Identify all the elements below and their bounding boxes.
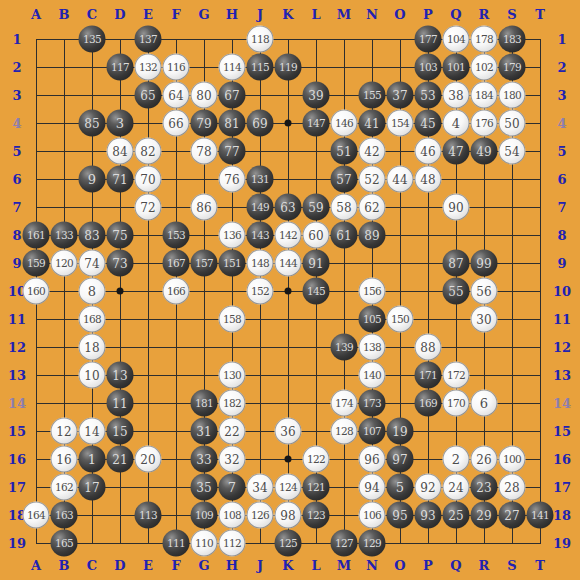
column-label-top-T: T bbox=[535, 7, 545, 22]
stone-white-D5[interactable]: 84 bbox=[107, 138, 134, 165]
move-number: 107 bbox=[363, 426, 381, 437]
column-label-bottom-C: C bbox=[87, 558, 97, 573]
stone-black-G4[interactable]: 79 bbox=[191, 110, 218, 137]
stone-white-Q1[interactable]: 104 bbox=[443, 26, 470, 53]
move-number: 41 bbox=[364, 117, 379, 129]
move-number: 42 bbox=[364, 145, 379, 157]
stone-black-D4[interactable]: 3 bbox=[107, 110, 134, 137]
move-number: 119 bbox=[279, 62, 297, 73]
stone-white-H14[interactable]: 182 bbox=[219, 390, 246, 417]
move-number: 76 bbox=[224, 173, 239, 185]
move-number: 143 bbox=[251, 230, 269, 241]
stone-black-K19[interactable]: 125 bbox=[275, 530, 302, 557]
stone-black-J4[interactable]: 69 bbox=[247, 110, 274, 137]
stone-black-D2[interactable]: 117 bbox=[107, 54, 134, 81]
stone-black-P14[interactable]: 169 bbox=[415, 390, 442, 417]
stone-white-M7[interactable]: 58 bbox=[331, 194, 358, 221]
stone-white-B15[interactable]: 12 bbox=[51, 418, 78, 445]
move-number: 177 bbox=[419, 34, 437, 45]
stone-black-N14[interactable]: 173 bbox=[359, 390, 386, 417]
stone-black-J6[interactable]: 131 bbox=[247, 166, 274, 193]
stone-white-P5[interactable]: 46 bbox=[415, 138, 442, 165]
move-number: 2 bbox=[452, 453, 460, 466]
stone-black-L3[interactable]: 39 bbox=[303, 82, 330, 109]
stone-white-N13[interactable]: 140 bbox=[359, 362, 386, 389]
stone-black-N8[interactable]: 89 bbox=[359, 222, 386, 249]
stone-black-D13[interactable]: 13 bbox=[107, 362, 134, 389]
move-number: 146 bbox=[335, 118, 353, 129]
stone-black-B18[interactable]: 163 bbox=[51, 502, 78, 529]
stone-black-H9[interactable]: 151 bbox=[219, 250, 246, 277]
column-label-bottom-P: P bbox=[423, 558, 433, 573]
stone-black-O17[interactable]: 5 bbox=[387, 474, 414, 501]
stone-black-J7[interactable]: 149 bbox=[247, 194, 274, 221]
move-number: 136 bbox=[223, 230, 241, 241]
stone-black-L18[interactable]: 123 bbox=[303, 502, 330, 529]
move-number: 174 bbox=[335, 398, 353, 409]
move-number: 72 bbox=[140, 201, 155, 213]
column-label-top-O: O bbox=[394, 7, 405, 22]
stone-black-E18[interactable]: 113 bbox=[135, 502, 162, 529]
move-number: 127 bbox=[335, 538, 353, 549]
stone-white-N7[interactable]: 62 bbox=[359, 194, 386, 221]
move-number: 128 bbox=[335, 426, 353, 437]
stone-white-K17[interactable]: 124 bbox=[275, 474, 302, 501]
stone-white-O4[interactable]: 154 bbox=[387, 110, 414, 137]
move-number: 120 bbox=[55, 258, 73, 269]
stone-black-S2[interactable]: 179 bbox=[499, 54, 526, 81]
column-label-bottom-O: O bbox=[394, 558, 405, 573]
move-number: 46 bbox=[420, 145, 435, 157]
stone-black-F19[interactable]: 111 bbox=[163, 530, 190, 557]
row-label-right-5: 5 bbox=[557, 144, 566, 159]
move-number: 98 bbox=[280, 509, 295, 521]
stone-black-P18[interactable]: 93 bbox=[415, 502, 442, 529]
row-label-left-9: 9 bbox=[12, 256, 21, 271]
stone-black-H5[interactable]: 77 bbox=[219, 138, 246, 165]
move-number: 101 bbox=[447, 62, 465, 73]
stone-white-H19[interactable]: 112 bbox=[219, 530, 246, 557]
stone-black-Q18[interactable]: 25 bbox=[443, 502, 470, 529]
move-number: 179 bbox=[503, 62, 521, 73]
row-label-left-6: 6 bbox=[12, 172, 21, 187]
move-number: 103 bbox=[419, 62, 437, 73]
stone-white-J10[interactable]: 152 bbox=[247, 278, 274, 305]
stone-white-S4[interactable]: 50 bbox=[499, 110, 526, 137]
move-number: 115 bbox=[251, 62, 269, 73]
stone-white-O11[interactable]: 150 bbox=[387, 306, 414, 333]
stone-white-J9[interactable]: 148 bbox=[247, 250, 274, 277]
row-label-right-7: 7 bbox=[557, 200, 566, 215]
stone-black-K2[interactable]: 119 bbox=[275, 54, 302, 81]
stone-white-B9[interactable]: 120 bbox=[51, 250, 78, 277]
stone-white-C12[interactable]: 18 bbox=[79, 334, 106, 361]
move-number: 124 bbox=[279, 482, 297, 493]
stone-white-Q7[interactable]: 90 bbox=[443, 194, 470, 221]
stone-black-G15[interactable]: 31 bbox=[191, 418, 218, 445]
stone-black-D8[interactable]: 75 bbox=[107, 222, 134, 249]
column-label-bottom-R: R bbox=[479, 558, 490, 573]
stone-white-L8[interactable]: 60 bbox=[303, 222, 330, 249]
row-label-right-14: 14 bbox=[553, 396, 571, 411]
move-number: 71 bbox=[112, 173, 127, 185]
stone-white-H18[interactable]: 108 bbox=[219, 502, 246, 529]
move-number: 7 bbox=[228, 481, 236, 494]
stone-white-S17[interactable]: 28 bbox=[499, 474, 526, 501]
stone-black-M5[interactable]: 51 bbox=[331, 138, 358, 165]
stone-white-G3[interactable]: 80 bbox=[191, 82, 218, 109]
stone-black-A9[interactable]: 159 bbox=[23, 250, 50, 277]
stone-white-B16[interactable]: 16 bbox=[51, 446, 78, 473]
column-label-bottom-K: K bbox=[282, 558, 293, 573]
stone-white-E2[interactable]: 132 bbox=[135, 54, 162, 81]
stone-black-M6[interactable]: 57 bbox=[331, 166, 358, 193]
stone-white-E16[interactable]: 20 bbox=[135, 446, 162, 473]
stone-white-R16[interactable]: 26 bbox=[471, 446, 498, 473]
stone-white-Q14[interactable]: 170 bbox=[443, 390, 470, 417]
move-number: 16 bbox=[56, 453, 71, 465]
move-number: 95 bbox=[392, 509, 407, 521]
stone-black-L17[interactable]: 121 bbox=[303, 474, 330, 501]
stone-black-M8[interactable]: 61 bbox=[331, 222, 358, 249]
stone-white-E5[interactable]: 82 bbox=[135, 138, 162, 165]
stone-white-P6[interactable]: 48 bbox=[415, 166, 442, 193]
move-number: 59 bbox=[308, 201, 323, 213]
column-label-bottom-B: B bbox=[59, 558, 70, 573]
stone-black-O3[interactable]: 37 bbox=[387, 82, 414, 109]
move-number: 114 bbox=[223, 62, 241, 73]
move-number: 160 bbox=[27, 286, 45, 297]
stone-white-Q13[interactable]: 172 bbox=[443, 362, 470, 389]
stone-black-M19[interactable]: 127 bbox=[331, 530, 358, 557]
stone-black-G18[interactable]: 109 bbox=[191, 502, 218, 529]
move-number: 142 bbox=[279, 230, 297, 241]
stone-white-A18[interactable]: 164 bbox=[23, 502, 50, 529]
stone-white-C13[interactable]: 10 bbox=[79, 362, 106, 389]
move-number: 10 bbox=[84, 369, 99, 381]
stone-white-F3[interactable]: 64 bbox=[163, 82, 190, 109]
stone-black-A8[interactable]: 161 bbox=[23, 222, 50, 249]
column-label-top-Q: Q bbox=[450, 7, 461, 22]
column-label-bottom-G: G bbox=[198, 558, 209, 573]
column-label-bottom-L: L bbox=[311, 558, 320, 573]
stone-white-K15[interactable]: 36 bbox=[275, 418, 302, 445]
stone-white-K9[interactable]: 144 bbox=[275, 250, 302, 277]
stone-white-N5[interactable]: 42 bbox=[359, 138, 386, 165]
row-label-left-5: 5 bbox=[12, 144, 21, 159]
move-number: 52 bbox=[364, 173, 379, 185]
column-label-top-C: C bbox=[87, 7, 97, 22]
stone-black-E1[interactable]: 137 bbox=[135, 26, 162, 53]
stone-black-P2[interactable]: 103 bbox=[415, 54, 442, 81]
column-label-top-K: K bbox=[282, 7, 293, 22]
stone-white-E6[interactable]: 70 bbox=[135, 166, 162, 193]
stone-white-S3[interactable]: 180 bbox=[499, 82, 526, 109]
move-number: 24 bbox=[448, 481, 463, 493]
row-label-left-4: 4 bbox=[12, 116, 21, 131]
stone-white-O6[interactable]: 44 bbox=[387, 166, 414, 193]
stone-white-M15[interactable]: 128 bbox=[331, 418, 358, 445]
move-number: 140 bbox=[363, 370, 381, 381]
move-number: 97 bbox=[392, 453, 407, 465]
move-number: 167 bbox=[167, 258, 185, 269]
stone-black-D6[interactable]: 71 bbox=[107, 166, 134, 193]
move-number: 137 bbox=[139, 34, 157, 45]
stone-black-C17[interactable]: 17 bbox=[79, 474, 106, 501]
stone-black-J2[interactable]: 115 bbox=[247, 54, 274, 81]
stone-white-R3[interactable]: 184 bbox=[471, 82, 498, 109]
stone-black-E3[interactable]: 65 bbox=[135, 82, 162, 109]
stone-white-H13[interactable]: 130 bbox=[219, 362, 246, 389]
move-number: 121 bbox=[307, 482, 325, 493]
stone-black-P3[interactable]: 53 bbox=[415, 82, 442, 109]
stone-white-N6[interactable]: 52 bbox=[359, 166, 386, 193]
star-point bbox=[285, 456, 292, 463]
stone-black-N19[interactable]: 129 bbox=[359, 530, 386, 557]
row-label-left-8: 8 bbox=[12, 228, 21, 243]
stone-black-Q5[interactable]: 47 bbox=[443, 138, 470, 165]
column-label-top-L: L bbox=[311, 7, 320, 22]
stone-white-E7[interactable]: 72 bbox=[135, 194, 162, 221]
stone-black-B19[interactable]: 165 bbox=[51, 530, 78, 557]
stone-white-C9[interactable]: 74 bbox=[79, 250, 106, 277]
column-label-bottom-Q: Q bbox=[450, 558, 461, 573]
stone-black-J8[interactable]: 143 bbox=[247, 222, 274, 249]
move-number: 112 bbox=[223, 538, 241, 549]
stone-white-R10[interactable]: 56 bbox=[471, 278, 498, 305]
stone-black-F8[interactable]: 153 bbox=[163, 222, 190, 249]
stone-black-H4[interactable]: 81 bbox=[219, 110, 246, 137]
move-number: 159 bbox=[27, 258, 45, 269]
stone-black-D9[interactable]: 73 bbox=[107, 250, 134, 277]
stone-white-A10[interactable]: 160 bbox=[23, 278, 50, 305]
stone-white-F2[interactable]: 116 bbox=[163, 54, 190, 81]
row-label-right-4: 4 bbox=[557, 116, 566, 131]
stone-white-Q16[interactable]: 2 bbox=[443, 446, 470, 473]
stone-black-P4[interactable]: 45 bbox=[415, 110, 442, 137]
move-number: 110 bbox=[195, 538, 213, 549]
move-number: 49 bbox=[476, 145, 491, 157]
stone-black-R5[interactable]: 49 bbox=[471, 138, 498, 165]
stone-black-G14[interactable]: 181 bbox=[191, 390, 218, 417]
stone-black-P13[interactable]: 171 bbox=[415, 362, 442, 389]
move-number: 12 bbox=[56, 425, 71, 437]
stone-black-C16[interactable]: 1 bbox=[79, 446, 106, 473]
stone-white-J1[interactable]: 118 bbox=[247, 26, 274, 53]
stone-black-L9[interactable]: 91 bbox=[303, 250, 330, 277]
stone-black-T18[interactable]: 141 bbox=[527, 502, 554, 529]
move-number: 138 bbox=[363, 342, 381, 353]
stone-black-R9[interactable]: 99 bbox=[471, 250, 498, 277]
stone-black-S18[interactable]: 27 bbox=[499, 502, 526, 529]
stone-black-C4[interactable]: 85 bbox=[79, 110, 106, 137]
grid-line-vertical bbox=[540, 39, 541, 544]
move-number: 88 bbox=[420, 341, 435, 353]
row-label-right-17: 17 bbox=[553, 480, 571, 495]
stone-black-G9[interactable]: 157 bbox=[191, 250, 218, 277]
move-number: 99 bbox=[476, 257, 491, 269]
stone-black-Q10[interactable]: 55 bbox=[443, 278, 470, 305]
move-number: 129 bbox=[363, 538, 381, 549]
stone-white-Q17[interactable]: 24 bbox=[443, 474, 470, 501]
move-number: 125 bbox=[279, 538, 297, 549]
stone-white-M4[interactable]: 146 bbox=[331, 110, 358, 137]
move-number: 106 bbox=[363, 510, 381, 521]
stone-black-N15[interactable]: 107 bbox=[359, 418, 386, 445]
move-number: 176 bbox=[475, 118, 493, 129]
stone-white-H2[interactable]: 114 bbox=[219, 54, 246, 81]
stone-black-K7[interactable]: 63 bbox=[275, 194, 302, 221]
row-label-left-16: 16 bbox=[8, 452, 26, 467]
move-number: 117 bbox=[111, 62, 129, 73]
move-number: 44 bbox=[392, 173, 407, 185]
stone-white-R14[interactable]: 6 bbox=[471, 390, 498, 417]
stone-black-S1[interactable]: 183 bbox=[499, 26, 526, 53]
move-number: 118 bbox=[251, 34, 269, 45]
move-number: 60 bbox=[308, 229, 323, 241]
stone-white-K8[interactable]: 142 bbox=[275, 222, 302, 249]
stone-black-L7[interactable]: 59 bbox=[303, 194, 330, 221]
stone-white-B17[interactable]: 162 bbox=[51, 474, 78, 501]
move-number: 31 bbox=[196, 425, 211, 437]
stone-white-C15[interactable]: 14 bbox=[79, 418, 106, 445]
stone-white-P17[interactable]: 92 bbox=[415, 474, 442, 501]
move-number: 66 bbox=[168, 117, 183, 129]
stone-white-H8[interactable]: 136 bbox=[219, 222, 246, 249]
stone-white-R4[interactable]: 176 bbox=[471, 110, 498, 137]
stone-white-K18[interactable]: 98 bbox=[275, 502, 302, 529]
move-number: 152 bbox=[251, 286, 269, 297]
stone-white-N18[interactable]: 106 bbox=[359, 502, 386, 529]
stone-black-N11[interactable]: 105 bbox=[359, 306, 386, 333]
stone-white-S16[interactable]: 100 bbox=[499, 446, 526, 473]
move-number: 181 bbox=[195, 398, 213, 409]
stone-white-Q3[interactable]: 38 bbox=[443, 82, 470, 109]
stone-white-H16[interactable]: 32 bbox=[219, 446, 246, 473]
stone-white-G7[interactable]: 86 bbox=[191, 194, 218, 221]
stone-white-N16[interactable]: 96 bbox=[359, 446, 386, 473]
move-number: 33 bbox=[196, 453, 211, 465]
star-point bbox=[285, 120, 292, 127]
stone-black-R17[interactable]: 23 bbox=[471, 474, 498, 501]
stone-white-J18[interactable]: 126 bbox=[247, 502, 274, 529]
stone-black-H3[interactable]: 67 bbox=[219, 82, 246, 109]
stone-black-G16[interactable]: 33 bbox=[191, 446, 218, 473]
move-number: 62 bbox=[364, 201, 379, 213]
stone-black-D14[interactable]: 11 bbox=[107, 390, 134, 417]
stone-black-L4[interactable]: 147 bbox=[303, 110, 330, 137]
move-number: 11 bbox=[112, 397, 127, 409]
stone-black-D15[interactable]: 15 bbox=[107, 418, 134, 445]
stone-white-N10[interactable]: 156 bbox=[359, 278, 386, 305]
move-number: 37 bbox=[392, 89, 407, 101]
move-number: 35 bbox=[196, 481, 211, 493]
stone-white-Q4[interactable]: 4 bbox=[443, 110, 470, 137]
stone-black-C8[interactable]: 83 bbox=[79, 222, 106, 249]
move-number: 27 bbox=[504, 509, 519, 521]
move-number: 163 bbox=[55, 510, 73, 521]
grid-line-horizontal bbox=[36, 347, 541, 348]
stone-white-M14[interactable]: 174 bbox=[331, 390, 358, 417]
stone-black-B8[interactable]: 133 bbox=[51, 222, 78, 249]
stone-black-C6[interactable]: 9 bbox=[79, 166, 106, 193]
column-label-top-M: M bbox=[337, 7, 351, 22]
move-number: 105 bbox=[363, 314, 381, 325]
stone-black-N4[interactable]: 41 bbox=[359, 110, 386, 137]
stone-black-L10[interactable]: 145 bbox=[303, 278, 330, 305]
move-number: 22 bbox=[224, 425, 239, 437]
stone-black-O16[interactable]: 97 bbox=[387, 446, 414, 473]
move-number: 18 bbox=[84, 341, 99, 353]
stone-white-G5[interactable]: 78 bbox=[191, 138, 218, 165]
row-label-left-15: 15 bbox=[8, 424, 26, 439]
stone-white-L16[interactable]: 122 bbox=[303, 446, 330, 473]
move-number: 8 bbox=[88, 285, 96, 298]
move-number: 23 bbox=[476, 481, 491, 493]
row-label-right-12: 12 bbox=[553, 340, 571, 355]
row-label-right-19: 19 bbox=[553, 536, 571, 551]
stone-black-Q9[interactable]: 87 bbox=[443, 250, 470, 277]
move-number: 135 bbox=[83, 34, 101, 45]
stone-white-S5[interactable]: 54 bbox=[499, 138, 526, 165]
stone-white-R2[interactable]: 102 bbox=[471, 54, 498, 81]
stone-white-C10[interactable]: 8 bbox=[79, 278, 106, 305]
stone-black-Q2[interactable]: 101 bbox=[443, 54, 470, 81]
move-number: 69 bbox=[252, 117, 267, 129]
stone-white-N12[interactable]: 138 bbox=[359, 334, 386, 361]
column-label-top-D: D bbox=[114, 7, 125, 22]
row-label-right-11: 11 bbox=[553, 312, 571, 327]
row-label-left-17: 17 bbox=[8, 480, 26, 495]
stone-white-G19[interactable]: 110 bbox=[191, 530, 218, 557]
stone-white-H11[interactable]: 158 bbox=[219, 306, 246, 333]
stone-black-F9[interactable]: 167 bbox=[163, 250, 190, 277]
move-number: 123 bbox=[307, 510, 325, 521]
stone-black-H17[interactable]: 7 bbox=[219, 474, 246, 501]
row-label-left-13: 13 bbox=[8, 368, 26, 383]
stone-black-N3[interactable]: 155 bbox=[359, 82, 386, 109]
stone-white-N17[interactable]: 94 bbox=[359, 474, 386, 501]
stone-black-P1[interactable]: 177 bbox=[415, 26, 442, 53]
move-number: 48 bbox=[420, 173, 435, 185]
go-board[interactable]: AABBCCDDEEFFGGHHJJKKLLMMNNOOPPQQRRSSTT11… bbox=[0, 0, 580, 580]
stone-white-H15[interactable]: 22 bbox=[219, 418, 246, 445]
stone-black-C1[interactable]: 135 bbox=[79, 26, 106, 53]
stone-black-O15[interactable]: 19 bbox=[387, 418, 414, 445]
stone-white-P12[interactable]: 88 bbox=[415, 334, 442, 361]
column-label-top-R: R bbox=[479, 7, 490, 22]
column-label-top-E: E bbox=[143, 7, 153, 22]
column-label-top-N: N bbox=[366, 7, 378, 22]
column-label-bottom-H: H bbox=[226, 558, 238, 573]
row-label-left-12: 12 bbox=[8, 340, 26, 355]
stone-black-O18[interactable]: 95 bbox=[387, 502, 414, 529]
move-number: 93 bbox=[420, 509, 435, 521]
stone-white-C11[interactable]: 168 bbox=[79, 306, 106, 333]
stone-black-M12[interactable]: 139 bbox=[331, 334, 358, 361]
stone-black-R18[interactable]: 29 bbox=[471, 502, 498, 529]
stone-white-R11[interactable]: 30 bbox=[471, 306, 498, 333]
move-number: 9 bbox=[88, 173, 96, 186]
stone-black-G17[interactable]: 35 bbox=[191, 474, 218, 501]
move-number: 104 bbox=[447, 34, 465, 45]
stone-black-D16[interactable]: 21 bbox=[107, 446, 134, 473]
stone-white-F10[interactable]: 166 bbox=[163, 278, 190, 305]
stone-white-H6[interactable]: 76 bbox=[219, 166, 246, 193]
stone-white-J17[interactable]: 34 bbox=[247, 474, 274, 501]
stone-white-R1[interactable]: 178 bbox=[471, 26, 498, 53]
stone-white-F4[interactable]: 66 bbox=[163, 110, 190, 137]
